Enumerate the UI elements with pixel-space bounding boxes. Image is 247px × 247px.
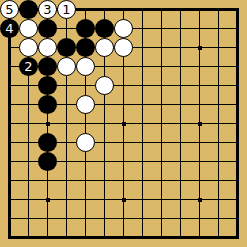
black-stone[interactable] <box>38 57 57 76</box>
white-stone[interactable]: 1 <box>57 0 76 19</box>
white-stone[interactable] <box>19 19 38 38</box>
white-stone[interactable] <box>76 95 95 114</box>
black-stone[interactable] <box>38 95 57 114</box>
black-stone[interactable] <box>95 19 114 38</box>
move-number-label: 1 <box>62 3 70 16</box>
black-stone[interactable] <box>38 133 57 152</box>
white-stone[interactable] <box>19 38 38 57</box>
white-stone[interactable] <box>76 133 95 152</box>
white-stone[interactable] <box>114 19 133 38</box>
white-stone[interactable] <box>57 57 76 76</box>
white-stone[interactable]: 3 <box>38 0 57 19</box>
move-number-label: 4 <box>5 22 13 35</box>
black-stone[interactable]: 2 <box>19 57 38 76</box>
white-stone[interactable]: 5 <box>0 0 19 19</box>
black-stone[interactable] <box>76 19 95 38</box>
move-number-label: 5 <box>5 3 13 16</box>
go-board[interactable]: 53142 <box>0 0 247 247</box>
white-stone[interactable] <box>38 38 57 57</box>
white-stone[interactable] <box>76 57 95 76</box>
move-number-label: 2 <box>24 60 32 73</box>
black-stone[interactable] <box>38 19 57 38</box>
black-stone[interactable] <box>19 0 38 19</box>
black-stone[interactable] <box>38 76 57 95</box>
black-stone[interactable] <box>76 38 95 57</box>
white-stone[interactable] <box>95 76 114 95</box>
white-stone[interactable] <box>95 38 114 57</box>
black-stone[interactable]: 4 <box>0 19 19 38</box>
black-stone[interactable] <box>38 152 57 171</box>
black-stone[interactable] <box>57 38 76 57</box>
white-stone[interactable] <box>114 38 133 57</box>
move-number-label: 3 <box>43 3 51 16</box>
board-stones: 53142 <box>0 0 247 247</box>
